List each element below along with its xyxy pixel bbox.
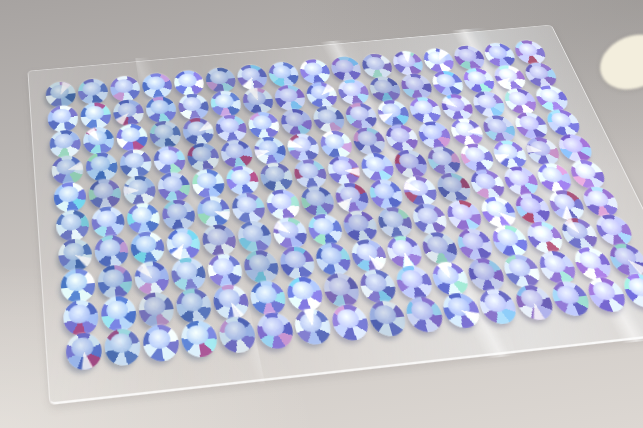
rhinestone [87,178,122,211]
gem-table-facet [399,269,426,290]
rhinestone [382,123,421,153]
gem-table-facet [409,300,436,322]
rhinestone [406,96,445,125]
rhinestone [582,276,630,313]
gem-table-facet [364,155,388,173]
gem-table-facet [90,155,111,173]
rhinestone [59,267,96,304]
rhinestone [569,246,616,282]
rhinestone [366,75,403,103]
gem-glint [511,284,558,322]
gem-glint [81,126,115,156]
gem-table-facet [270,192,294,211]
gem-table-facet [517,115,542,132]
rhinestone [348,238,390,273]
gem-table-facet [335,308,362,330]
gem-table-facet [425,235,451,255]
gem-table-facet [206,227,230,247]
rhinestone [328,56,364,83]
gem-table-facet [495,228,522,248]
rhinestone [391,149,431,180]
rhinestone [533,162,576,194]
gem-table-facet [180,291,205,312]
rhinestone [178,319,219,359]
rhinestone [374,206,416,240]
gem-table-facet [58,185,80,203]
gem-table-facet [93,182,115,200]
rhinestone [511,192,555,225]
rhinestone [62,299,100,338]
gem-table-facet [482,292,510,313]
gem-glint [284,133,322,163]
gem-table-facet [529,224,556,243]
gem-table-facet [114,78,134,94]
rhinestone [392,264,436,301]
gem-table-facet [434,73,457,89]
rhinestone [185,142,221,173]
rhinestone [121,174,157,206]
rhinestone [115,123,149,153]
gem-table-facet [219,117,241,134]
gem-table-facet [283,249,308,269]
gem-table-facet [303,61,325,76]
rhinestone [132,260,170,297]
rhinestone [218,139,255,170]
rhinestone [521,136,563,167]
gem-table-facet [175,260,199,281]
rhinestone [335,78,372,106]
gem-table-facet [363,272,389,293]
gem-glint [489,139,531,170]
rhinestone [408,202,450,236]
gem-table-facet [304,189,328,208]
gem-table-facet [261,316,287,338]
rhinestone [270,216,310,250]
gem-table-facet [327,276,353,297]
gem-glint [64,331,103,371]
rhinestone [284,276,326,313]
gem-table-facet [146,75,167,91]
gem-table-facet [153,123,175,140]
gem-table-facet [109,332,133,355]
gem-glint [324,155,363,186]
rhinestone [298,185,337,218]
rhinestone [136,291,175,329]
rhinestone [266,61,301,88]
gem-table-facet [421,124,445,141]
gem-table-facet [549,112,574,129]
rhinestone [52,181,87,214]
gem-table-facet [412,99,436,115]
rhinestone [151,145,187,176]
gem-glint [303,81,339,109]
gem-glint [348,238,390,273]
rhinestone [310,105,347,134]
rhinestone [64,331,103,371]
gem-glint [164,227,202,262]
rhinestone [96,264,134,301]
gem-glint [428,261,472,298]
gem-table-facet [430,149,455,166]
rhinestone [489,139,531,170]
gem-table-facet [230,168,253,186]
rhinestone [245,111,281,140]
photo-scene [0,0,643,428]
rhinestone [235,220,274,255]
gem-table-facet [223,320,249,342]
gem-table-facet [539,166,565,184]
gem-table-facet [85,105,106,121]
rhinestone [118,148,153,179]
rhinestone [342,102,380,131]
gem-table-facet [124,152,146,170]
gem-glint [420,47,458,74]
rhinestone [366,178,407,211]
gem-table-facet [241,224,265,243]
rhinestone [164,227,202,262]
gem-table-facet [506,257,534,277]
gem-table-facet [284,111,307,127]
rhinestone [84,151,118,182]
gem-glint [477,196,520,229]
rhinestone [93,234,130,269]
rhinestone [169,256,208,292]
rhinestone [357,152,397,183]
gem-table-facet [372,79,395,95]
gem-table-facet [485,118,510,135]
rhinestone [272,84,308,112]
rhinestone [263,188,302,221]
rhinestone [556,217,601,251]
gem-table-facet [341,82,364,98]
rhinestone [499,253,545,289]
gem-glint [50,155,84,186]
gem-glint [490,64,529,91]
gem-table-facet [388,127,412,144]
rhinestone [172,69,206,97]
gem-table-facet [131,206,154,225]
rhinestone [510,111,551,140]
rhinestone [278,108,315,137]
sticker-sheet-position [30,40,628,386]
rhinestone [240,87,276,115]
gem-table-facet [554,284,583,305]
rhinestone [534,250,580,286]
rhinestone [229,192,267,225]
rhinestone [459,67,498,94]
gem-glint [521,136,563,167]
gem-glint [438,292,483,330]
rhinestone [320,272,362,309]
gem-glint [210,283,251,321]
rhinestone [205,253,245,289]
gem-table-facet [348,105,371,121]
gem-table-facet [346,213,371,232]
gem-table-facet [106,299,130,321]
gem-table-facet [254,284,279,305]
gem-table-facet [211,257,235,277]
rhinestone [200,223,239,258]
rhinestone [291,158,330,190]
rhinestone [544,189,588,222]
rhinestone [247,279,288,317]
gem-table-facet [456,48,479,63]
rhinestone [111,99,145,128]
gem-glint [556,217,601,251]
rhinestone [305,213,345,247]
rhinestone [500,165,543,197]
rhinestone [522,220,567,255]
rhinestone [402,295,447,333]
rhinestone [453,227,497,262]
gem-glint [180,117,215,147]
gem-table-facet [99,238,122,258]
gem-table-facet [598,217,626,236]
gem-table-facet [96,209,118,228]
gem-table-facet [182,96,203,112]
gem-table-facet [517,42,541,57]
gem-glint [389,50,426,77]
rhinestone [328,303,372,342]
rhinestone [477,196,520,229]
rhinestone [48,129,81,159]
rhinestone [235,64,270,91]
rhinestone [148,120,183,150]
rhinestone [317,129,355,159]
gem-table-facet [196,172,219,190]
gem-glint [240,87,276,115]
gem-table-facet [82,81,102,97]
rhinestone [129,230,166,265]
rhinestone [428,261,472,298]
gem-table-facet [334,59,356,74]
rhinestone [141,323,181,363]
rhinestone [450,45,488,71]
gem-glint [399,175,440,207]
rhinestone [277,245,318,281]
rhinestone [420,47,458,74]
rhinestone [144,96,178,125]
gem-table-facet [214,93,236,109]
rhinestone [223,165,260,197]
gem-table-facet [449,203,475,222]
rhinestone [210,283,251,321]
rhinestone [55,209,90,243]
gem-table-facet [415,206,441,225]
gem-table-facet [149,99,170,115]
gem-table-facet [473,172,499,190]
rhinestone [447,117,487,147]
rhinestone [257,161,295,193]
rhinestone [359,53,396,80]
rhinestone [511,284,558,322]
gem-table-facet [527,65,551,80]
rhinestone [443,199,486,233]
rhinestone [324,155,363,186]
gem-glint [251,136,288,167]
gem-glint [270,216,310,250]
rhinestone [284,133,322,163]
gem-table-facet [572,162,599,180]
gem-table-facet [506,169,532,187]
gem-table-facet [372,304,399,326]
gem-table-facet [135,234,158,254]
gem-glint [291,307,334,346]
gem-glint [437,93,476,122]
gem-table-facet [475,93,499,109]
rhinestone [399,175,440,207]
gem-table-facet [185,324,210,346]
rhinestone [433,172,475,204]
rhinestone [176,93,211,122]
gem-table-facet [278,87,300,103]
rhinestone [389,50,426,77]
rhinestone [423,146,464,177]
gem-table-facet [297,162,321,180]
gem-table-facet [381,210,406,229]
rhinestone [180,117,215,147]
rhinestone [547,280,594,318]
rhinestone [213,114,249,144]
rhinestone [500,87,540,115]
rhinestone [350,126,389,156]
rhinestone [479,114,520,144]
gem-table-facet [463,146,488,163]
rhinestone [208,90,243,118]
gem-table-facet [143,295,167,317]
gem-table-facet [560,137,586,154]
rhinestone [102,327,141,367]
gem-table-facet [356,130,380,147]
gem-table-facet [235,195,259,214]
gem-table-facet [590,281,619,302]
rhinestone [160,198,197,232]
gem-table-facet [102,268,125,289]
rhinestone [365,299,409,338]
rhinestone [428,70,466,98]
gem-glint [383,234,426,269]
rhinestone [490,64,529,91]
rhinestone [488,224,532,259]
gem-glint [332,182,372,215]
rhinestone [125,202,162,236]
rhinestone [140,72,173,100]
gem-table-facet [120,126,141,143]
rhinestone [356,268,399,305]
rhinestone [173,287,213,325]
rhinestone [312,242,353,278]
gem-table-facet [506,91,530,107]
gem-glint [111,99,145,128]
rhinestone [469,90,509,118]
gem-table-facet [471,261,498,282]
gem-table-facet [439,175,464,193]
rhinestone [90,205,126,239]
rhinestone [291,307,334,346]
gem-table-facet [465,70,489,85]
gem-table-facet [517,196,544,215]
rhinestone [480,42,518,68]
gem-table-facet [372,182,397,200]
rhinestone [297,58,333,85]
gem-table-facet [486,45,509,60]
rhinestone [466,168,508,200]
rhinestone [438,292,483,330]
rhinestone [194,195,232,228]
gem-table-facet [52,108,72,124]
gem-glint [132,260,170,297]
rhinestone [203,67,237,94]
rhinestone [251,136,288,167]
rhinestone [463,257,508,293]
gem-table-facet [251,114,273,131]
gem-glint [235,64,270,91]
gem-table-facet [576,250,604,270]
rhinestone [46,104,79,133]
rhinestone [76,78,108,106]
rhinestone [303,81,339,109]
gem-table-facet [541,254,569,274]
gem-table-facet [61,213,83,232]
sticker-sheet [27,25,643,405]
gem-table-facet [54,132,75,149]
gem-glint [447,117,487,147]
gem-table-facet [316,108,339,124]
rhinestone [254,311,296,350]
gem-glint [44,81,76,109]
gem-table-facet [157,149,179,166]
rhinestone [50,155,84,186]
gem-table-facet [263,165,286,183]
rhinestone [414,120,454,150]
rhinestone [44,81,76,109]
rhinestone [57,238,93,273]
rhinestone [397,73,435,101]
gem-table-facet [177,73,198,89]
rhinestone [437,93,476,122]
gem-table-facet [68,303,92,325]
gem-table-facet [460,231,487,251]
gem-table-facet [311,217,336,236]
gem-glint [374,99,412,128]
rhinestone [418,231,461,266]
rhinestone [332,182,372,215]
gem-table-facet [364,56,386,71]
gem-table-facet [323,133,346,150]
rhinestone [155,171,191,203]
gem-table-facet [65,272,88,293]
rhinestone [475,288,521,326]
rhinestone [339,209,380,243]
rhinestone [383,234,426,269]
rhinestone [456,142,497,173]
gem-table-facet [319,246,344,266]
gem-table-facet [397,152,422,170]
rhinestone [374,99,412,128]
gem-table-facet [166,202,189,221]
gem-glint [121,174,157,206]
rhinestone [241,249,281,285]
gem-table-facet [224,142,247,159]
rhinestone [108,75,141,103]
gem-table-facet [272,64,294,79]
gem-table-facet [147,328,172,350]
gem-table-facet [625,277,643,298]
rhinestone [216,315,258,354]
gem-table-facet [585,189,612,208]
gem-table-facet [209,70,230,85]
gem-table-facet [162,175,184,193]
